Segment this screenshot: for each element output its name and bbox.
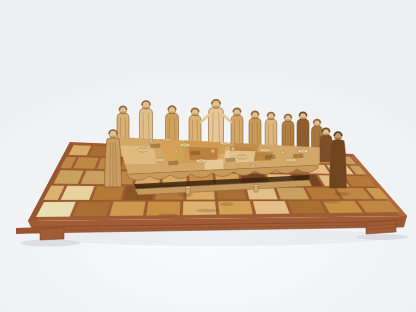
carved-plate: [180, 143, 190, 147]
figure-apostle-12: [330, 132, 347, 188]
carved-cup: [211, 149, 215, 153]
carved-cup: [231, 147, 235, 151]
carved-dark-inlay: [293, 153, 304, 158]
carved-cup: [281, 151, 285, 155]
carved-dark-inlay: [150, 143, 161, 148]
carved-plate: [286, 158, 296, 162]
carved-dark-inlay: [190, 150, 201, 155]
photo-background: [0, 0, 416, 312]
carved-cup: [149, 139, 153, 143]
last-supper-carving-photo: [0, 0, 416, 312]
goblet: [185, 187, 190, 195]
carved-plate: [196, 159, 206, 163]
carved-dark-inlay: [225, 157, 236, 162]
carved-dark-inlay: [168, 160, 179, 165]
carved-plate: [138, 148, 148, 152]
carved-dark-inlay: [265, 154, 276, 159]
figure-apostle-9: [297, 112, 309, 152]
carved-cup: [174, 150, 178, 154]
carved-plate: [260, 148, 270, 152]
carved-cup: [251, 164, 255, 168]
carved-plate: [155, 158, 165, 162]
goblet: [253, 185, 258, 193]
carved-plate: [298, 149, 308, 153]
carved-plate: [237, 155, 247, 159]
